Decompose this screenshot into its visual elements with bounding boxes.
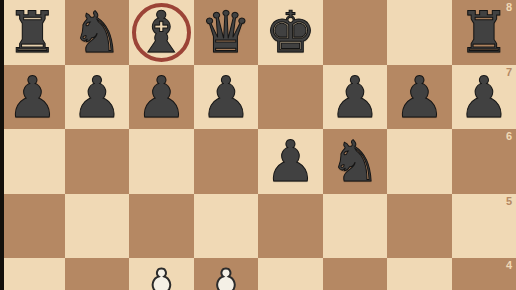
piece-black-king[interactable]: ♚ [258, 0, 323, 65]
square-f8[interactable] [323, 0, 388, 65]
square-a4[interactable] [0, 258, 65, 290]
square-b4[interactable] [65, 258, 130, 290]
square-e4[interactable] [258, 258, 323, 290]
square-b6[interactable] [65, 129, 130, 194]
piece-black-pawn[interactable]: ♟ [129, 65, 194, 130]
piece-black-pawn[interactable]: ♟ [258, 129, 323, 194]
square-d6[interactable] [194, 129, 259, 194]
square-h4[interactable]: 4 [452, 258, 516, 290]
square-f7[interactable]: ♟ [323, 65, 388, 130]
piece-black-rook[interactable]: ♜ [0, 0, 65, 65]
rank-label-6: 6 [506, 131, 512, 142]
square-h8[interactable]: ♜8 [452, 0, 516, 65]
piece-black-bishop[interactable]: ♝ [129, 0, 194, 65]
piece-black-pawn[interactable]: ♟ [194, 65, 259, 130]
piece-black-pawn[interactable]: ♟ [65, 65, 130, 130]
square-a8[interactable]: ♜ [0, 0, 65, 65]
piece-black-pawn[interactable]: ♟ [323, 65, 388, 130]
square-g6[interactable] [387, 129, 452, 194]
square-d5[interactable] [194, 194, 259, 259]
square-g7[interactable]: ♟ [387, 65, 452, 130]
square-f5[interactable] [323, 194, 388, 259]
rank-label-7: 7 [506, 67, 512, 78]
square-d7[interactable]: ♟ [194, 65, 259, 130]
piece-black-knight[interactable]: ♞ [323, 129, 388, 194]
square-e5[interactable] [258, 194, 323, 259]
piece-black-pawn[interactable]: ♟ [0, 65, 65, 130]
square-f4[interactable] [323, 258, 388, 290]
square-b7[interactable]: ♟ [65, 65, 130, 130]
rank-label-4: 4 [506, 260, 512, 271]
piece-black-queen[interactable]: ♛ [194, 0, 259, 65]
letterbox-strip [0, 0, 4, 290]
piece-black-knight[interactable]: ♞ [65, 0, 130, 65]
chess-board[interactable]: ♜♞♝♛♚♜8♟♟♟♟♟♟♟7♟♞65♟♟4 [0, 0, 516, 290]
square-a5[interactable] [0, 194, 65, 259]
square-b8[interactable]: ♞ [65, 0, 130, 65]
square-d4[interactable]: ♟ [194, 258, 259, 290]
square-c7[interactable]: ♟ [129, 65, 194, 130]
square-e6[interactable]: ♟ [258, 129, 323, 194]
piece-white-pawn[interactable]: ♟ [194, 258, 259, 290]
square-h5[interactable]: 5 [452, 194, 516, 259]
square-g5[interactable] [387, 194, 452, 259]
square-a7[interactable]: ♟ [0, 65, 65, 130]
square-c5[interactable] [129, 194, 194, 259]
rank-label-5: 5 [506, 196, 512, 207]
square-e7[interactable] [258, 65, 323, 130]
square-c6[interactable] [129, 129, 194, 194]
video-frame: ♜♞♝♛♚♜8♟♟♟♟♟♟♟7♟♞65♟♟4 [0, 0, 516, 290]
square-c4[interactable]: ♟ [129, 258, 194, 290]
square-h7[interactable]: ♟7 [452, 65, 516, 130]
square-c8[interactable]: ♝ [129, 0, 194, 65]
square-h6[interactable]: 6 [452, 129, 516, 194]
piece-black-pawn[interactable]: ♟ [387, 65, 452, 130]
square-d8[interactable]: ♛ [194, 0, 259, 65]
square-e8[interactable]: ♚ [258, 0, 323, 65]
rank-label-8: 8 [506, 2, 512, 13]
piece-white-pawn[interactable]: ♟ [129, 258, 194, 290]
square-b5[interactable] [65, 194, 130, 259]
square-g4[interactable] [387, 258, 452, 290]
square-a6[interactable] [0, 129, 65, 194]
square-f6[interactable]: ♞ [323, 129, 388, 194]
square-g8[interactable] [387, 0, 452, 65]
